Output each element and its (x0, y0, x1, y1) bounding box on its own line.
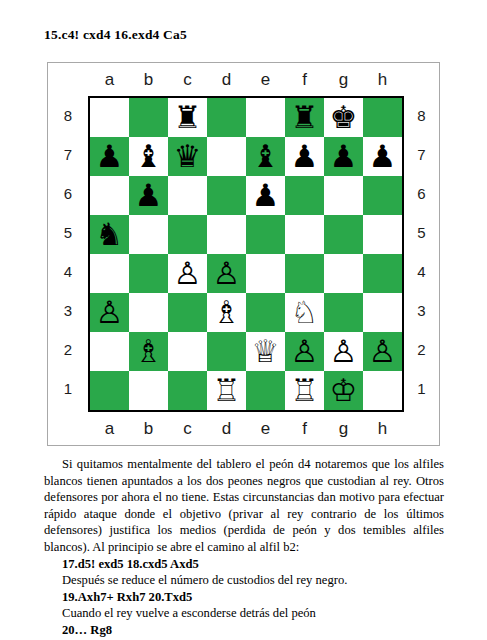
file-labels-top: abcdefgh (48, 63, 439, 96)
square-b2: ♗ (129, 332, 168, 371)
white-bishop-d3: ♗ (207, 293, 246, 332)
square-a7: ♟ (90, 137, 129, 176)
square-e7: ♝ (246, 137, 285, 176)
file-label-g: g (324, 419, 363, 439)
rank-label-3: 3 (48, 291, 88, 330)
black-rook-f8: ♜ (285, 98, 324, 137)
white-rook-f1: ♖ (285, 371, 324, 410)
file-label-d: d (207, 419, 246, 439)
square-b1 (129, 371, 168, 410)
square-d8 (207, 98, 246, 137)
square-c8: ♜ (168, 98, 207, 137)
black-bishop-b7: ♝ (129, 137, 168, 176)
square-b8 (129, 98, 168, 137)
square-f5 (285, 215, 324, 254)
square-e5 (246, 215, 285, 254)
black-rook-c8: ♜ (168, 98, 207, 137)
white-pawn-a3: ♙ (90, 293, 129, 332)
square-g4 (324, 254, 363, 293)
square-f4 (285, 254, 324, 293)
square-g3 (324, 293, 363, 332)
rank-label-2: 2 (48, 330, 88, 369)
white-pawn-c4: ♙ (168, 254, 207, 293)
rank-label-7: 7 (48, 135, 88, 174)
square-c5 (168, 215, 207, 254)
rank-label-6: 6 (48, 174, 88, 213)
black-knight-a5: ♞ (90, 215, 129, 254)
file-label-d: d (207, 70, 246, 90)
square-c3 (168, 293, 207, 332)
square-g5 (324, 215, 363, 254)
file-label-b: b (129, 419, 168, 439)
move-text-line-0: 17.d5! exd5 18.cxd5 Axd5 (44, 556, 444, 573)
file-label-f: f (285, 419, 324, 439)
file-label-g: g (324, 70, 363, 90)
square-c2 (168, 332, 207, 371)
black-pawn-h7: ♟ (363, 137, 402, 176)
white-king-g1: ♔ (324, 371, 363, 410)
rank-label-4: 4 (48, 252, 88, 291)
square-b5 (129, 215, 168, 254)
square-b6: ♟ (129, 176, 168, 215)
file-label-e: e (246, 70, 285, 90)
move-text-line-4: 20… Rg8 (44, 622, 444, 639)
square-d2 (207, 332, 246, 371)
square-c7: ♛ (168, 137, 207, 176)
white-pawn-h2: ♙ (363, 332, 402, 371)
square-h5 (363, 215, 402, 254)
black-pawn-f7: ♟ (285, 137, 324, 176)
file-label-e: e (246, 419, 285, 439)
square-f3: ♘ (285, 293, 324, 332)
file-label-f: f (285, 70, 324, 90)
square-g1: ♔ (324, 371, 363, 410)
square-f7: ♟ (285, 137, 324, 176)
rank-label-6: 6 (404, 174, 439, 213)
square-a6 (90, 176, 129, 215)
rank-label-5: 5 (48, 213, 88, 252)
rank-label-4: 4 (404, 252, 439, 291)
square-c4: ♙ (168, 254, 207, 293)
white-bishop-b2: ♗ (129, 332, 168, 371)
black-pawn-g7: ♟ (324, 137, 363, 176)
white-pawn-g2: ♙ (324, 332, 363, 371)
square-g7: ♟ (324, 137, 363, 176)
white-knight-f3: ♘ (285, 293, 324, 332)
file-label-c: c (168, 70, 207, 90)
square-a1 (90, 371, 129, 410)
file-label-h: h (363, 419, 402, 439)
square-a3: ♙ (90, 293, 129, 332)
square-g6 (324, 176, 363, 215)
commentary-line-1: Después se reduce el número de custodios… (44, 572, 444, 589)
black-king-g8: ♚ (324, 98, 363, 137)
square-e1 (246, 371, 285, 410)
file-label-c: c (168, 419, 207, 439)
square-d1: ♖ (207, 371, 246, 410)
rank-label-1: 1 (404, 369, 439, 408)
square-g2: ♙ (324, 332, 363, 371)
square-e2: ♕ (246, 332, 285, 371)
square-b3 (129, 293, 168, 332)
square-a2 (90, 332, 129, 371)
square-h4 (363, 254, 402, 293)
rank-label-5: 5 (404, 213, 439, 252)
move-text-line-2: 19.Axh7+ Rxh7 20.Txd5 (44, 589, 444, 606)
square-d3: ♗ (207, 293, 246, 332)
rank-labels-left: 87654321 (48, 96, 88, 412)
square-e3 (246, 293, 285, 332)
square-h6 (363, 176, 402, 215)
square-d6 (207, 176, 246, 215)
square-b4 (129, 254, 168, 293)
rank-label-2: 2 (404, 330, 439, 369)
chess-board: ♜♜♚♟♝♛♝♟♟♟♟♟♞♙♙♙♗♘♗♕♙♙♙♖♖♔ (88, 96, 404, 412)
black-pawn-b6: ♟ (129, 176, 168, 215)
commentary-line-3: Cuando el rey vuelve a esconderse detrás… (44, 605, 444, 622)
square-g8: ♚ (324, 98, 363, 137)
square-d5 (207, 215, 246, 254)
square-b7: ♝ (129, 137, 168, 176)
file-label-h: h (363, 70, 402, 90)
square-f1: ♖ (285, 371, 324, 410)
square-c6 (168, 176, 207, 215)
white-pawn-f2: ♙ (285, 332, 324, 371)
square-c1 (168, 371, 207, 410)
commentary-paragraph: Si quitamos mentalmente del tablero el p… (44, 456, 444, 556)
rank-label-7: 7 (404, 135, 439, 174)
white-rook-d1: ♖ (207, 371, 246, 410)
white-pawn-d4: ♙ (207, 254, 246, 293)
square-h2: ♙ (363, 332, 402, 371)
square-f2: ♙ (285, 332, 324, 371)
black-pawn-e6: ♟ (246, 176, 285, 215)
file-labels-bottom: abcdefgh (48, 412, 439, 445)
black-queen-c7: ♛ (168, 137, 207, 176)
rank-label-8: 8 (48, 96, 88, 135)
square-d4: ♙ (207, 254, 246, 293)
square-a8 (90, 98, 129, 137)
square-e6: ♟ (246, 176, 285, 215)
black-bishop-e7: ♝ (246, 137, 285, 176)
square-a4 (90, 254, 129, 293)
square-h3 (363, 293, 402, 332)
rank-label-3: 3 (404, 291, 439, 330)
rank-label-8: 8 (404, 96, 439, 135)
square-f6 (285, 176, 324, 215)
rank-labels-right: 87654321 (404, 96, 439, 412)
square-f8: ♜ (285, 98, 324, 137)
file-label-b: b (129, 70, 168, 90)
square-h1 (363, 371, 402, 410)
square-e8 (246, 98, 285, 137)
chess-diagram-frame: abcdefgh 87654321 ♜♜♚♟♝♛♝♟♟♟♟♟♞♙♙♙♗♘♗♕♙♙… (47, 62, 440, 446)
white-queen-e2: ♕ (246, 332, 285, 371)
square-d7 (207, 137, 246, 176)
file-label-a: a (90, 419, 129, 439)
file-label-a: a (90, 70, 129, 90)
move-commentary-lines: 17.d5! exd5 18.cxd5 Axd5Después se reduc… (44, 556, 444, 639)
commentary-block: Si quitamos mentalmente del tablero el p… (44, 456, 444, 639)
rank-label-1: 1 (48, 369, 88, 408)
black-pawn-a7: ♟ (90, 137, 129, 176)
square-a5: ♞ (90, 215, 129, 254)
square-e4 (246, 254, 285, 293)
square-h7: ♟ (363, 137, 402, 176)
square-h8 (363, 98, 402, 137)
moves-header: 15.c4! cxd4 16.exd4 Ca5 (44, 27, 187, 43)
